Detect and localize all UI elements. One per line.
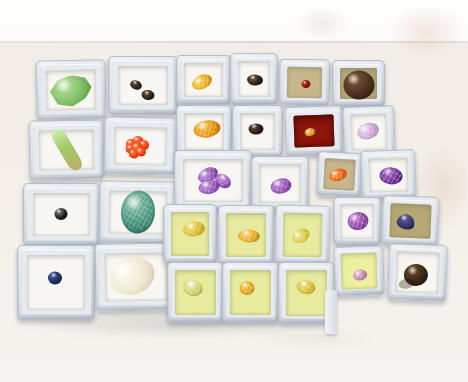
box-foam	[184, 113, 224, 150]
deep-amethyst-stone	[379, 167, 404, 186]
fire-opal-cluster-box	[103, 116, 177, 175]
yellow-sapphire-box-1	[163, 204, 217, 264]
amethyst-stone	[269, 177, 293, 196]
box-foam	[27, 255, 85, 310]
blue-sapphire-cabochon-stone	[48, 272, 62, 285]
gem-highlight	[56, 209, 62, 214]
gem-box-collection	[0, 0, 468, 382]
box-foam	[283, 213, 323, 258]
gem-facets	[191, 73, 213, 92]
dark-cabochon-stone	[246, 74, 263, 86]
box-foam	[105, 252, 168, 301]
green-emerald-rough-stone	[48, 72, 94, 109]
box-foam	[39, 130, 95, 171]
dark-amethyst-box	[360, 149, 417, 201]
gem-facets	[357, 121, 380, 140]
gem-facets	[241, 282, 254, 294]
box-foam	[184, 63, 223, 97]
box-foam	[389, 203, 431, 238]
red-velvet-gold-gem-box	[284, 105, 344, 157]
box-foam	[323, 158, 356, 191]
gem-highlight	[50, 273, 56, 278]
gem-highlight	[302, 81, 306, 84]
green-tourmaline-crystal-stone	[49, 127, 85, 174]
gem-highlight	[130, 150, 135, 154]
box-foam	[183, 159, 243, 202]
amazonite-cabochon-stone	[119, 189, 157, 235]
box-foam	[226, 213, 266, 257]
yellow-sapphire-box-5	[222, 262, 279, 323]
box-foam	[171, 212, 209, 256]
gem-facets	[239, 230, 259, 242]
yellow-sapphire-stone	[295, 279, 316, 297]
gem-highlight	[133, 143, 139, 147]
amethyst-round-box	[333, 197, 381, 246]
dark-brown-cabochon-2-stone	[397, 277, 415, 290]
black-cabochon-stone	[54, 208, 67, 220]
dark-cabochon-1-stone	[128, 79, 142, 92]
gem-highlight	[249, 75, 257, 80]
gem-facets	[380, 168, 402, 185]
box-foam	[259, 164, 301, 203]
blue-cabochon-box	[17, 245, 95, 320]
gem-facets	[304, 127, 315, 136]
gem-highlight	[137, 148, 142, 152]
pink-sapphire-box	[333, 245, 385, 297]
brown-cabochon-box-2	[387, 243, 448, 302]
yellow-sapphire-stone	[183, 221, 206, 238]
box-foam	[350, 113, 387, 150]
golden-sapphire-stone	[240, 281, 255, 295]
box-foam	[293, 114, 334, 147]
rose-de-france-amethyst-stone	[355, 120, 381, 142]
box-foam	[238, 61, 270, 97]
yellow-sapphire-stone	[290, 226, 312, 246]
box-foam	[230, 270, 271, 315]
brown-cabochon-box-1	[332, 60, 385, 107]
yellow-sapphire-box-3	[274, 205, 330, 266]
citrine-box-1	[176, 55, 231, 105]
yellow-sapphire-stone	[237, 229, 260, 243]
gem-highlight	[53, 77, 74, 92]
gem-highlight	[131, 80, 137, 85]
box-foam	[240, 113, 275, 150]
gem-facets	[184, 222, 204, 237]
gem-highlight	[134, 137, 139, 141]
dark-cabochon-box-1	[230, 53, 278, 105]
black-cabochon-box	[23, 183, 100, 246]
box-foam	[175, 270, 216, 315]
dark-cabochon-pair-box	[108, 56, 178, 115]
box-foam	[287, 67, 323, 99]
citrine-stone	[189, 71, 214, 93]
box-side-tab	[325, 290, 337, 334]
amethyst-single-box	[251, 156, 309, 211]
dark-cabochon-2-stone	[140, 89, 155, 101]
box-foam	[286, 270, 327, 316]
box-foam	[46, 70, 97, 111]
pink-sapphire-stone	[353, 268, 369, 282]
box-foam	[109, 190, 168, 234]
gem-highlight	[127, 139, 132, 143]
gem-highlight	[250, 124, 257, 128]
green-crystal-box	[28, 119, 104, 180]
spessartine-garnet-stone	[327, 167, 348, 184]
blue-sapphire-pear-box	[381, 195, 440, 247]
box-foam	[340, 252, 377, 289]
pale-yellow-sapphire-stone	[181, 278, 204, 299]
box-foam	[118, 66, 168, 105]
box-foam	[395, 251, 439, 293]
gem-facets	[292, 227, 311, 245]
emerald-rough-box	[35, 59, 106, 120]
box-foam	[340, 68, 377, 99]
garnet-box	[279, 59, 331, 107]
box-foam	[33, 193, 90, 236]
gem-facets	[199, 180, 219, 195]
blue-sapphire-stone	[396, 212, 418, 232]
gem-highlight	[110, 260, 135, 281]
gem-highlight	[400, 214, 410, 222]
brown-cabochon-stone	[343, 71, 374, 100]
dark-cabochon-stone	[249, 123, 264, 134]
gem-highlight	[407, 265, 418, 274]
red-garnet-stone	[301, 80, 310, 88]
gold-gem-on-velvet-stone	[303, 127, 315, 137]
fire-opal-7-stone	[136, 147, 146, 156]
amethyst-trio-box	[174, 150, 252, 211]
gem-facets	[348, 212, 369, 231]
yellow-sapphire-box-4	[167, 262, 224, 323]
box-foam	[368, 157, 408, 192]
box-foam	[114, 127, 168, 166]
gem-highlight	[143, 90, 150, 95]
box-foam	[340, 204, 374, 239]
moonstone-cabochon-stone	[104, 251, 160, 301]
amethyst-3-stone	[197, 179, 220, 196]
gem-highlight	[347, 73, 361, 85]
photo-stage	[0, 0, 468, 382]
gem-facets	[297, 280, 316, 296]
gem-facets	[328, 168, 346, 183]
amethyst-stone	[346, 210, 370, 231]
golden-citrine-stone	[192, 119, 221, 140]
yellow-sapphire-box-2	[218, 205, 274, 265]
orange-gem-box	[316, 151, 363, 198]
gem-facets	[183, 279, 204, 297]
